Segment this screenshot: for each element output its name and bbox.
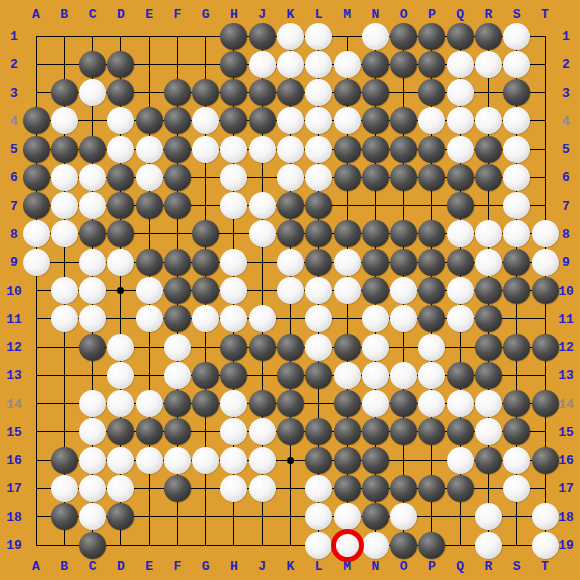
black-stone-Q7[interactable] (447, 192, 474, 219)
black-stone-N10[interactable] (362, 277, 389, 304)
white-stone-L10[interactable] (305, 277, 332, 304)
white-stone-C7[interactable] (79, 192, 106, 219)
white-stone-F12[interactable] (164, 334, 191, 361)
white-stone-H14[interactable] (220, 390, 247, 417)
black-stone-S9[interactable] (503, 249, 530, 276)
white-stone-P13[interactable] (418, 362, 445, 389)
white-stone-O13[interactable] (390, 362, 417, 389)
black-stone-M16[interactable] (334, 447, 361, 474)
white-stone-R15[interactable] (475, 418, 502, 445)
black-stone-E7[interactable] (136, 192, 163, 219)
black-stone-R5[interactable] (475, 136, 502, 163)
black-stone-N16[interactable] (362, 447, 389, 474)
black-stone-D18[interactable] (107, 503, 134, 530)
white-stone-J5[interactable] (249, 136, 276, 163)
white-stone-H15[interactable] (220, 418, 247, 445)
white-stone-Q16[interactable] (447, 447, 474, 474)
white-stone-S8[interactable] (503, 220, 530, 247)
white-stone-M4[interactable] (334, 107, 361, 134)
black-stone-G8[interactable] (192, 220, 219, 247)
white-stone-K5[interactable] (277, 136, 304, 163)
column-label-top-T: T (541, 8, 549, 21)
white-stone-F13[interactable] (164, 362, 191, 389)
row-label-left-15: 15 (6, 425, 22, 438)
white-stone-C15[interactable] (79, 418, 106, 445)
black-stone-H2[interactable] (220, 51, 247, 78)
black-stone-S10[interactable] (503, 277, 530, 304)
white-stone-J7[interactable] (249, 192, 276, 219)
black-stone-D2[interactable] (107, 51, 134, 78)
black-stone-G14[interactable] (192, 390, 219, 417)
black-stone-P15[interactable] (418, 418, 445, 445)
black-stone-R11[interactable] (475, 305, 502, 332)
black-stone-B5[interactable] (51, 136, 78, 163)
white-stone-H7[interactable] (220, 192, 247, 219)
white-stone-C3[interactable] (79, 79, 106, 106)
black-stone-O8[interactable] (390, 220, 417, 247)
column-label-bottom-H: H (230, 560, 238, 573)
white-stone-B4[interactable] (51, 107, 78, 134)
black-stone-S15[interactable] (503, 418, 530, 445)
white-stone-H6[interactable] (220, 164, 247, 191)
white-stone-E6[interactable] (136, 164, 163, 191)
white-stone-D5[interactable] (107, 136, 134, 163)
white-stone-B10[interactable] (51, 277, 78, 304)
black-stone-N4[interactable] (362, 107, 389, 134)
black-stone-J3[interactable] (249, 79, 276, 106)
white-stone-K9[interactable] (277, 249, 304, 276)
white-stone-S17[interactable] (503, 475, 530, 502)
white-stone-J11[interactable] (249, 305, 276, 332)
white-stone-D4[interactable] (107, 107, 134, 134)
white-stone-D9[interactable] (107, 249, 134, 276)
white-stone-R9[interactable] (475, 249, 502, 276)
white-stone-B8[interactable] (51, 220, 78, 247)
white-stone-L2[interactable] (305, 51, 332, 78)
black-stone-H3[interactable] (220, 79, 247, 106)
black-stone-A4[interactable] (23, 107, 50, 134)
black-stone-H12[interactable] (220, 334, 247, 361)
black-stone-M3[interactable] (334, 79, 361, 106)
black-stone-O2[interactable] (390, 51, 417, 78)
white-stone-D17[interactable] (107, 475, 134, 502)
white-stone-K10[interactable] (277, 277, 304, 304)
black-stone-Q1[interactable] (447, 23, 474, 50)
white-stone-R8[interactable] (475, 220, 502, 247)
white-stone-L19[interactable] (305, 532, 332, 559)
black-stone-O9[interactable] (390, 249, 417, 276)
black-stone-Q6[interactable] (447, 164, 474, 191)
row-label-left-1: 1 (10, 30, 18, 43)
black-stone-F6[interactable] (164, 164, 191, 191)
white-stone-H16[interactable] (220, 447, 247, 474)
black-stone-L7[interactable] (305, 192, 332, 219)
white-stone-E5[interactable] (136, 136, 163, 163)
white-stone-C9[interactable] (79, 249, 106, 276)
white-stone-C18[interactable] (79, 503, 106, 530)
white-stone-L4[interactable] (305, 107, 332, 134)
black-stone-N17[interactable] (362, 475, 389, 502)
row-label-right-14: 14 (558, 397, 574, 410)
white-stone-Q10[interactable] (447, 277, 474, 304)
black-stone-P9[interactable] (418, 249, 445, 276)
white-stone-D12[interactable] (107, 334, 134, 361)
white-stone-S1[interactable] (503, 23, 530, 50)
white-stone-L11[interactable] (305, 305, 332, 332)
column-label-top-D: D (117, 8, 125, 21)
black-stone-F7[interactable] (164, 192, 191, 219)
white-stone-J2[interactable] (249, 51, 276, 78)
white-stone-A9[interactable] (23, 249, 50, 276)
black-stone-M8[interactable] (334, 220, 361, 247)
white-stone-H9[interactable] (220, 249, 247, 276)
black-stone-O14[interactable] (390, 390, 417, 417)
black-stone-N2[interactable] (362, 51, 389, 78)
white-stone-N13[interactable] (362, 362, 389, 389)
go-board[interactable]: AABBCCDDEEFFGGHHJJKKLLMMNNOOPPQQRRSSTT11… (0, 0, 580, 580)
black-stone-C19[interactable] (79, 532, 106, 559)
black-stone-D7[interactable] (107, 192, 134, 219)
white-stone-J15[interactable] (249, 418, 276, 445)
black-stone-R10[interactable] (475, 277, 502, 304)
black-stone-G10[interactable] (192, 277, 219, 304)
column-label-bottom-F: F (173, 560, 181, 573)
column-label-bottom-P: P (428, 560, 436, 573)
black-stone-H13[interactable] (220, 362, 247, 389)
column-label-bottom-L: L (315, 560, 323, 573)
white-stone-L6[interactable] (305, 164, 332, 191)
black-stone-L9[interactable] (305, 249, 332, 276)
white-stone-Q11[interactable] (447, 305, 474, 332)
black-stone-T14[interactable] (532, 390, 559, 417)
black-stone-M5[interactable] (334, 136, 361, 163)
black-stone-S12[interactable] (503, 334, 530, 361)
white-stone-R18[interactable] (475, 503, 502, 530)
white-stone-O11[interactable] (390, 305, 417, 332)
white-stone-C10[interactable] (79, 277, 106, 304)
white-stone-Q5[interactable] (447, 136, 474, 163)
white-stone-R14[interactable] (475, 390, 502, 417)
white-stone-Q2[interactable] (447, 51, 474, 78)
white-stone-M13[interactable] (334, 362, 361, 389)
white-stone-G5[interactable] (192, 136, 219, 163)
black-stone-O4[interactable] (390, 107, 417, 134)
black-stone-F4[interactable] (164, 107, 191, 134)
white-stone-J17[interactable] (249, 475, 276, 502)
white-stone-C14[interactable] (79, 390, 106, 417)
row-label-left-3: 3 (10, 86, 18, 99)
black-stone-F3[interactable] (164, 79, 191, 106)
black-stone-R12[interactable] (475, 334, 502, 361)
white-stone-F16[interactable] (164, 447, 191, 474)
white-stone-P14[interactable] (418, 390, 445, 417)
black-stone-R16[interactable] (475, 447, 502, 474)
black-stone-O1[interactable] (390, 23, 417, 50)
black-stone-D8[interactable] (107, 220, 134, 247)
black-stone-M6[interactable] (334, 164, 361, 191)
black-stone-Q13[interactable] (447, 362, 474, 389)
white-stone-K2[interactable] (277, 51, 304, 78)
white-stone-L12[interactable] (305, 334, 332, 361)
row-label-left-4: 4 (10, 114, 18, 127)
white-stone-D14[interactable] (107, 390, 134, 417)
column-label-top-A: A (32, 8, 40, 21)
white-stone-T9[interactable] (532, 249, 559, 276)
black-stone-A5[interactable] (23, 136, 50, 163)
white-stone-N1[interactable] (362, 23, 389, 50)
white-stone-T18[interactable] (532, 503, 559, 530)
black-stone-K13[interactable] (277, 362, 304, 389)
black-stone-N15[interactable] (362, 418, 389, 445)
black-stone-C5[interactable] (79, 136, 106, 163)
black-stone-P8[interactable] (418, 220, 445, 247)
white-stone-R19[interactable] (475, 532, 502, 559)
white-stone-E16[interactable] (136, 447, 163, 474)
column-label-top-Q: Q (456, 8, 464, 21)
white-stone-S4[interactable] (503, 107, 530, 134)
row-label-right-8: 8 (562, 227, 570, 240)
white-stone-M10[interactable] (334, 277, 361, 304)
column-label-bottom-C: C (89, 560, 97, 573)
white-stone-R2[interactable] (475, 51, 502, 78)
white-stone-S7[interactable] (503, 192, 530, 219)
white-stone-H11[interactable] (220, 305, 247, 332)
black-stone-K15[interactable] (277, 418, 304, 445)
black-stone-K8[interactable] (277, 220, 304, 247)
black-stone-K12[interactable] (277, 334, 304, 361)
black-stone-M15[interactable] (334, 418, 361, 445)
black-stone-F15[interactable] (164, 418, 191, 445)
row-label-right-3: 3 (562, 86, 570, 99)
black-stone-C2[interactable] (79, 51, 106, 78)
row-label-left-16: 16 (6, 454, 22, 467)
black-stone-B16[interactable] (51, 447, 78, 474)
black-stone-Q15[interactable] (447, 418, 474, 445)
white-stone-C11[interactable] (79, 305, 106, 332)
black-stone-P19[interactable] (418, 532, 445, 559)
black-stone-P3[interactable] (418, 79, 445, 106)
black-stone-B18[interactable] (51, 503, 78, 530)
black-stone-O15[interactable] (390, 418, 417, 445)
black-stone-N8[interactable] (362, 220, 389, 247)
black-stone-R13[interactable] (475, 362, 502, 389)
black-stone-L13[interactable] (305, 362, 332, 389)
black-stone-A7[interactable] (23, 192, 50, 219)
black-stone-D6[interactable] (107, 164, 134, 191)
column-label-top-E: E (145, 8, 153, 21)
white-stone-N14[interactable] (362, 390, 389, 417)
row-label-left-6: 6 (10, 171, 18, 184)
white-stone-E10[interactable] (136, 277, 163, 304)
white-stone-K1[interactable] (277, 23, 304, 50)
black-stone-P1[interactable] (418, 23, 445, 50)
white-stone-O10[interactable] (390, 277, 417, 304)
white-stone-B6[interactable] (51, 164, 78, 191)
black-stone-H4[interactable] (220, 107, 247, 134)
black-stone-F11[interactable] (164, 305, 191, 332)
black-stone-F14[interactable] (164, 390, 191, 417)
white-stone-G11[interactable] (192, 305, 219, 332)
black-stone-T16[interactable] (532, 447, 559, 474)
white-stone-B17[interactable] (51, 475, 78, 502)
white-stone-M2[interactable] (334, 51, 361, 78)
column-label-top-H: H (230, 8, 238, 21)
white-stone-L3[interactable] (305, 79, 332, 106)
white-stone-L1[interactable] (305, 23, 332, 50)
white-stone-H5[interactable] (220, 136, 247, 163)
white-stone-L18[interactable] (305, 503, 332, 530)
black-stone-S3[interactable] (503, 79, 530, 106)
black-stone-B3[interactable] (51, 79, 78, 106)
black-stone-J12[interactable] (249, 334, 276, 361)
white-stone-K4[interactable] (277, 107, 304, 134)
white-stone-T8[interactable] (532, 220, 559, 247)
black-stone-D3[interactable] (107, 79, 134, 106)
black-stone-N5[interactable] (362, 136, 389, 163)
black-stone-N18[interactable] (362, 503, 389, 530)
white-stone-E14[interactable] (136, 390, 163, 417)
white-stone-P12[interactable] (418, 334, 445, 361)
column-label-bottom-J: J (258, 560, 266, 573)
white-stone-H17[interactable] (220, 475, 247, 502)
black-stone-P11[interactable] (418, 305, 445, 332)
white-stone-B11[interactable] (51, 305, 78, 332)
column-label-bottom-E: E (145, 560, 153, 573)
column-label-top-R: R (485, 8, 493, 21)
black-stone-L15[interactable] (305, 418, 332, 445)
white-stone-S16[interactable] (503, 447, 530, 474)
black-stone-J14[interactable] (249, 390, 276, 417)
black-stone-O5[interactable] (390, 136, 417, 163)
black-stone-N3[interactable] (362, 79, 389, 106)
white-stone-J8[interactable] (249, 220, 276, 247)
white-stone-M9[interactable] (334, 249, 361, 276)
black-stone-O6[interactable] (390, 164, 417, 191)
black-stone-P6[interactable] (418, 164, 445, 191)
black-stone-K7[interactable] (277, 192, 304, 219)
white-stone-C16[interactable] (79, 447, 106, 474)
black-stone-P5[interactable] (418, 136, 445, 163)
column-label-top-S: S (513, 8, 521, 21)
black-stone-E4[interactable] (136, 107, 163, 134)
row-label-right-17: 17 (558, 482, 574, 495)
white-stone-Q8[interactable] (447, 220, 474, 247)
white-stone-Q14[interactable] (447, 390, 474, 417)
white-stone-C17[interactable] (79, 475, 106, 502)
black-stone-M12[interactable] (334, 334, 361, 361)
black-stone-O17[interactable] (390, 475, 417, 502)
black-stone-L16[interactable] (305, 447, 332, 474)
black-stone-P17[interactable] (418, 475, 445, 502)
black-stone-K14[interactable] (277, 390, 304, 417)
black-stone-F17[interactable] (164, 475, 191, 502)
column-label-bottom-N: N (371, 560, 379, 573)
black-stone-O19[interactable] (390, 532, 417, 559)
black-stone-C8[interactable] (79, 220, 106, 247)
black-stone-M17[interactable] (334, 475, 361, 502)
row-label-right-7: 7 (562, 199, 570, 212)
black-stone-F10[interactable] (164, 277, 191, 304)
black-stone-E9[interactable] (136, 249, 163, 276)
white-stone-L17[interactable] (305, 475, 332, 502)
white-stone-O18[interactable] (390, 503, 417, 530)
white-stone-B7[interactable] (51, 192, 78, 219)
row-label-right-5: 5 (562, 143, 570, 156)
black-stone-T12[interactable] (532, 334, 559, 361)
white-stone-H10[interactable] (220, 277, 247, 304)
white-stone-Q4[interactable] (447, 107, 474, 134)
black-stone-K3[interactable] (277, 79, 304, 106)
white-stone-A8[interactable] (23, 220, 50, 247)
white-stone-T19[interactable] (532, 532, 559, 559)
black-stone-F5[interactable] (164, 136, 191, 163)
white-stone-G16[interactable] (192, 447, 219, 474)
white-stone-M18[interactable] (334, 503, 361, 530)
white-stone-N12[interactable] (362, 334, 389, 361)
black-stone-J4[interactable] (249, 107, 276, 134)
black-stone-N9[interactable] (362, 249, 389, 276)
white-stone-S5[interactable] (503, 136, 530, 163)
black-stone-E15[interactable] (136, 418, 163, 445)
black-stone-F9[interactable] (164, 249, 191, 276)
white-stone-G4[interactable] (192, 107, 219, 134)
black-stone-S14[interactable] (503, 390, 530, 417)
white-stone-K6[interactable] (277, 164, 304, 191)
white-stone-S2[interactable] (503, 51, 530, 78)
white-stone-N11[interactable] (362, 305, 389, 332)
white-stone-P4[interactable] (418, 107, 445, 134)
black-stone-P10[interactable] (418, 277, 445, 304)
white-stone-S6[interactable] (503, 164, 530, 191)
black-stone-D15[interactable] (107, 418, 134, 445)
black-stone-G13[interactable] (192, 362, 219, 389)
row-label-left-5: 5 (10, 143, 18, 156)
black-stone-Q17[interactable] (447, 475, 474, 502)
black-stone-P2[interactable] (418, 51, 445, 78)
black-stone-N6[interactable] (362, 164, 389, 191)
column-label-top-M: M (343, 8, 351, 21)
column-label-top-B: B (60, 8, 68, 21)
row-label-right-19: 19 (558, 539, 574, 552)
row-label-right-16: 16 (558, 454, 574, 467)
black-stone-C12[interactable] (79, 334, 106, 361)
white-stone-N19[interactable] (362, 532, 389, 559)
white-stone-R4[interactable] (475, 107, 502, 134)
white-stone-E11[interactable] (136, 305, 163, 332)
white-stone-D13[interactable] (107, 362, 134, 389)
black-stone-T10[interactable] (532, 277, 559, 304)
black-stone-R1[interactable] (475, 23, 502, 50)
black-stone-J1[interactable] (249, 23, 276, 50)
black-stone-M14[interactable] (334, 390, 361, 417)
black-stone-A6[interactable] (23, 164, 50, 191)
white-stone-C6[interactable] (79, 164, 106, 191)
black-stone-R6[interactable] (475, 164, 502, 191)
white-stone-L5[interactable] (305, 136, 332, 163)
column-label-bottom-T: T (541, 560, 549, 573)
white-stone-D16[interactable] (107, 447, 134, 474)
row-label-right-12: 12 (558, 341, 574, 354)
black-stone-H1[interactable] (220, 23, 247, 50)
black-stone-G3[interactable] (192, 79, 219, 106)
white-stone-Q3[interactable] (447, 79, 474, 106)
white-stone-J16[interactable] (249, 447, 276, 474)
black-stone-L8[interactable] (305, 220, 332, 247)
black-stone-G9[interactable] (192, 249, 219, 276)
column-label-bottom-O: O (400, 560, 408, 573)
black-stone-Q9[interactable] (447, 249, 474, 276)
column-label-top-G: G (202, 8, 210, 21)
